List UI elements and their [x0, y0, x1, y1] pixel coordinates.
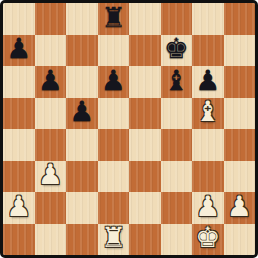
square-a6[interactable] — [3, 66, 35, 98]
white-pawn-piece[interactable]: ♟ — [6, 193, 31, 221]
square-e1[interactable] — [129, 224, 161, 256]
square-c4[interactable] — [66, 129, 98, 161]
square-h4[interactable] — [224, 129, 256, 161]
square-a8[interactable] — [3, 3, 35, 35]
square-d4[interactable] — [98, 129, 130, 161]
chess-board: ♜♟♚♟♟♝♟♟♝♟♟♟♟♜♚ — [0, 0, 258, 258]
square-b8[interactable] — [35, 3, 67, 35]
square-f3[interactable] — [161, 161, 193, 193]
square-f5[interactable] — [161, 98, 193, 130]
square-g2[interactable]: ♟ — [192, 192, 224, 224]
square-e8[interactable] — [129, 3, 161, 35]
square-b3[interactable]: ♟ — [35, 161, 67, 193]
square-b5[interactable] — [35, 98, 67, 130]
square-f4[interactable] — [161, 129, 193, 161]
black-rook-piece[interactable]: ♜ — [101, 4, 126, 32]
square-d7[interactable] — [98, 35, 130, 67]
square-c2[interactable] — [66, 192, 98, 224]
square-h2[interactable]: ♟ — [224, 192, 256, 224]
square-e6[interactable] — [129, 66, 161, 98]
square-e2[interactable] — [129, 192, 161, 224]
square-g5[interactable]: ♝ — [192, 98, 224, 130]
black-pawn-piece[interactable]: ♟ — [38, 67, 63, 95]
square-g1[interactable]: ♚ — [192, 224, 224, 256]
black-pawn-piece[interactable]: ♟ — [6, 35, 31, 63]
square-g8[interactable] — [192, 3, 224, 35]
square-g4[interactable] — [192, 129, 224, 161]
square-h8[interactable] — [224, 3, 256, 35]
square-a2[interactable]: ♟ — [3, 192, 35, 224]
square-d1[interactable]: ♜ — [98, 224, 130, 256]
square-d3[interactable] — [98, 161, 130, 193]
black-pawn-piece[interactable]: ♟ — [195, 67, 220, 95]
square-b7[interactable] — [35, 35, 67, 67]
square-c7[interactable] — [66, 35, 98, 67]
square-a1[interactable] — [3, 224, 35, 256]
black-bishop-piece[interactable]: ♝ — [164, 67, 189, 95]
square-d2[interactable] — [98, 192, 130, 224]
square-b1[interactable] — [35, 224, 67, 256]
black-pawn-piece[interactable]: ♟ — [69, 98, 94, 126]
square-d6[interactable]: ♟ — [98, 66, 130, 98]
square-h1[interactable] — [224, 224, 256, 256]
square-h6[interactable] — [224, 66, 256, 98]
black-pawn-piece[interactable]: ♟ — [101, 67, 126, 95]
square-f1[interactable] — [161, 224, 193, 256]
square-b2[interactable] — [35, 192, 67, 224]
square-c8[interactable] — [66, 3, 98, 35]
white-rook-piece[interactable]: ♜ — [101, 224, 126, 252]
square-e7[interactable] — [129, 35, 161, 67]
white-pawn-piece[interactable]: ♟ — [38, 161, 63, 189]
square-c3[interactable] — [66, 161, 98, 193]
square-h3[interactable] — [224, 161, 256, 193]
square-f6[interactable]: ♝ — [161, 66, 193, 98]
square-f2[interactable] — [161, 192, 193, 224]
square-a5[interactable] — [3, 98, 35, 130]
square-h5[interactable] — [224, 98, 256, 130]
white-king-piece[interactable]: ♚ — [195, 224, 220, 252]
square-g7[interactable] — [192, 35, 224, 67]
square-e5[interactable] — [129, 98, 161, 130]
white-pawn-piece[interactable]: ♟ — [227, 193, 252, 221]
square-b6[interactable]: ♟ — [35, 66, 67, 98]
square-f8[interactable] — [161, 3, 193, 35]
square-e4[interactable] — [129, 129, 161, 161]
white-pawn-piece[interactable]: ♟ — [195, 193, 220, 221]
square-a3[interactable] — [3, 161, 35, 193]
square-c5[interactable]: ♟ — [66, 98, 98, 130]
black-king-piece[interactable]: ♚ — [164, 35, 189, 63]
white-bishop-piece[interactable]: ♝ — [195, 98, 220, 126]
square-d8[interactable]: ♜ — [98, 3, 130, 35]
square-e3[interactable] — [129, 161, 161, 193]
square-f7[interactable]: ♚ — [161, 35, 193, 67]
square-g6[interactable]: ♟ — [192, 66, 224, 98]
square-c6[interactable] — [66, 66, 98, 98]
square-a7[interactable]: ♟ — [3, 35, 35, 67]
square-a4[interactable] — [3, 129, 35, 161]
square-b4[interactable] — [35, 129, 67, 161]
square-c1[interactable] — [66, 224, 98, 256]
square-g3[interactable] — [192, 161, 224, 193]
square-d5[interactable] — [98, 98, 130, 130]
square-h7[interactable] — [224, 35, 256, 67]
